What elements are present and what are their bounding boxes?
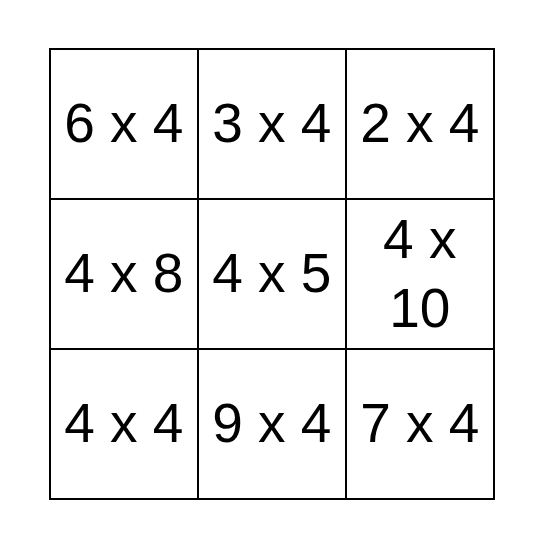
cell-label-r0c2: 2 x 4 xyxy=(360,89,479,158)
cell-label-r0c0: 6 x 4 xyxy=(64,89,183,158)
cell-r2c2[interactable]: 7 x 4 xyxy=(347,350,494,499)
cell-r2c0[interactable]: 4 x 4 xyxy=(51,350,198,499)
cell-r1c1[interactable]: 4 x 5 xyxy=(199,200,346,349)
cell-label-r2c1: 9 x 4 xyxy=(212,389,331,458)
cell-label-r2c2: 7 x 4 xyxy=(360,389,479,458)
cell-label-r1c2: 4 x 10 xyxy=(347,205,494,343)
cell-label-r1c0: 4 x 8 xyxy=(64,239,183,308)
cell-r0c0[interactable]: 6 x 4 xyxy=(51,50,198,199)
cell-label-r1c1: 4 x 5 xyxy=(212,239,331,308)
cell-r2c1[interactable]: 9 x 4 xyxy=(199,350,346,499)
cell-r0c1[interactable]: 3 x 4 xyxy=(199,50,346,199)
cell-r0c2[interactable]: 2 x 4 xyxy=(347,50,494,199)
cell-label-r0c1: 3 x 4 xyxy=(212,89,331,158)
bingo-board: 6 x 4 3 x 4 2 x 4 4 x 8 4 x 5 4 x 10 4 x… xyxy=(49,48,495,500)
cell-label-r2c0: 4 x 4 xyxy=(64,389,183,458)
cell-r1c0[interactable]: 4 x 8 xyxy=(51,200,198,349)
cell-r1c2[interactable]: 4 x 10 xyxy=(347,200,494,349)
